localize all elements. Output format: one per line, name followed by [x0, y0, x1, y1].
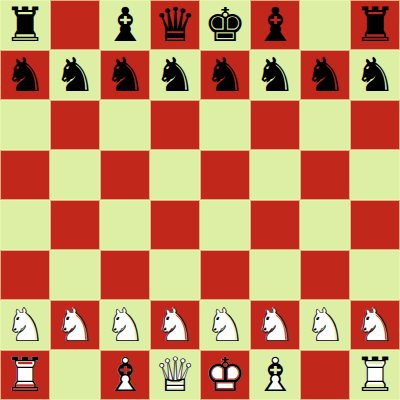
white-bishop-piece[interactable]: ♝♗	[100, 350, 150, 400]
square-c7[interactable]: ♞	[100, 50, 150, 100]
white-rook-glyph-outline: ♖	[0, 350, 50, 400]
black-bishop-piece[interactable]: ♝	[250, 0, 300, 50]
square-f7[interactable]: ♞	[250, 50, 300, 100]
black-king-glyph: ♚	[200, 0, 250, 50]
white-bishop-glyph-outline: ♗	[250, 350, 300, 400]
square-h8[interactable]: ♜	[350, 0, 400, 50]
square-d8[interactable]: ♛	[150, 0, 200, 50]
black-queen-piece[interactable]: ♛	[150, 0, 200, 50]
square-f8[interactable]: ♝	[250, 0, 300, 50]
chess-board: ♜♝♛♚♝♜♞♞♞♞♞♞♞♞♞♘♞♘♞♘♞♘♞♘♞♘♞♘♞♘♜♖♝♗♛♕♚♔♝♗…	[0, 0, 400, 400]
square-a5[interactable]	[0, 150, 50, 200]
black-knight-glyph: ♞	[250, 50, 300, 100]
square-c2[interactable]: ♞♘	[100, 300, 150, 350]
square-h7[interactable]: ♞	[350, 50, 400, 100]
square-f3[interactable]	[250, 250, 300, 300]
black-queen-glyph: ♛	[150, 0, 200, 50]
square-e4[interactable]	[200, 200, 250, 250]
white-knight-piece[interactable]: ♞♘	[150, 300, 200, 350]
black-knight-piece[interactable]: ♞	[0, 50, 50, 100]
square-b3[interactable]	[50, 250, 100, 300]
white-knight-glyph-outline: ♘	[100, 300, 150, 350]
black-knight-glyph: ♞	[0, 50, 50, 100]
white-knight-glyph-outline: ♘	[150, 300, 200, 350]
white-knight-glyph-outline: ♘	[0, 300, 50, 350]
square-g8[interactable]	[300, 0, 350, 50]
white-bishop-piece[interactable]: ♝♗	[250, 350, 300, 400]
square-a2[interactable]: ♞♘	[0, 300, 50, 350]
black-rook-glyph: ♜	[350, 0, 400, 50]
square-b4[interactable]	[50, 200, 100, 250]
square-a3[interactable]	[0, 250, 50, 300]
white-king-piece[interactable]: ♚♔	[200, 350, 250, 400]
square-d6[interactable]	[150, 100, 200, 150]
square-c3[interactable]	[100, 250, 150, 300]
square-a4[interactable]	[0, 200, 50, 250]
square-b5[interactable]	[50, 150, 100, 200]
square-h4[interactable]	[350, 200, 400, 250]
white-knight-piece[interactable]: ♞♘	[350, 300, 400, 350]
white-knight-glyph-outline: ♘	[350, 300, 400, 350]
black-rook-piece[interactable]: ♜	[0, 0, 50, 50]
white-knight-glyph-outline: ♘	[50, 300, 100, 350]
square-h5[interactable]	[350, 150, 400, 200]
white-knight-piece[interactable]: ♞♘	[300, 300, 350, 350]
square-a6[interactable]	[0, 100, 50, 150]
white-knight-piece[interactable]: ♞♘	[0, 300, 50, 350]
black-rook-glyph: ♜	[0, 0, 50, 50]
black-bishop-piece[interactable]: ♝	[100, 0, 150, 50]
square-f1[interactable]: ♝♗	[250, 350, 300, 400]
white-knight-piece[interactable]: ♞♘	[100, 300, 150, 350]
square-c6[interactable]	[100, 100, 150, 150]
square-d4[interactable]	[150, 200, 200, 250]
square-d5[interactable]	[150, 150, 200, 200]
black-rook-piece[interactable]: ♜	[350, 0, 400, 50]
white-queen-glyph-outline: ♕	[150, 350, 200, 400]
white-knight-piece[interactable]: ♞♘	[250, 300, 300, 350]
square-d7[interactable]: ♞	[150, 50, 200, 100]
square-e8[interactable]: ♚	[200, 0, 250, 50]
square-g1[interactable]	[300, 350, 350, 400]
square-g2[interactable]: ♞♘	[300, 300, 350, 350]
square-b6[interactable]	[50, 100, 100, 150]
square-a7[interactable]: ♞	[0, 50, 50, 100]
square-g4[interactable]	[300, 200, 350, 250]
black-knight-glyph: ♞	[150, 50, 200, 100]
square-f5[interactable]	[250, 150, 300, 200]
white-knight-piece[interactable]: ♞♘	[50, 300, 100, 350]
black-bishop-glyph: ♝	[250, 0, 300, 50]
square-e6[interactable]	[200, 100, 250, 150]
black-knight-glyph: ♞	[50, 50, 100, 100]
square-e3[interactable]	[200, 250, 250, 300]
black-knight-glyph: ♞	[300, 50, 350, 100]
square-b1[interactable]	[50, 350, 100, 400]
square-d1[interactable]: ♛♕	[150, 350, 200, 400]
square-h6[interactable]	[350, 100, 400, 150]
white-knight-glyph-outline: ♘	[250, 300, 300, 350]
square-e5[interactable]	[200, 150, 250, 200]
black-knight-piece[interactable]: ♞	[100, 50, 150, 100]
black-bishop-glyph: ♝	[100, 0, 150, 50]
square-f6[interactable]	[250, 100, 300, 150]
square-h1[interactable]: ♜♖	[350, 350, 400, 400]
square-g3[interactable]	[300, 250, 350, 300]
square-f4[interactable]	[250, 200, 300, 250]
square-b8[interactable]	[50, 0, 100, 50]
black-knight-piece[interactable]: ♞	[250, 50, 300, 100]
white-bishop-glyph-outline: ♗	[100, 350, 150, 400]
square-e1[interactable]: ♚♔	[200, 350, 250, 400]
square-h3[interactable]	[350, 250, 400, 300]
white-king-glyph-outline: ♔	[200, 350, 250, 400]
square-a8[interactable]: ♜	[0, 0, 50, 50]
white-rook-piece[interactable]: ♜♖	[0, 350, 50, 400]
black-knight-piece[interactable]: ♞	[150, 50, 200, 100]
white-knight-piece[interactable]: ♞♘	[200, 300, 250, 350]
square-g5[interactable]	[300, 150, 350, 200]
black-knight-glyph: ♞	[200, 50, 250, 100]
square-d3[interactable]	[150, 250, 200, 300]
square-c8[interactable]: ♝	[100, 0, 150, 50]
white-rook-glyph-outline: ♖	[350, 350, 400, 400]
white-rook-piece[interactable]: ♜♖	[350, 350, 400, 400]
square-e7[interactable]: ♞	[200, 50, 250, 100]
square-d2[interactable]: ♞♘	[150, 300, 200, 350]
chess-board-window: ♜♝♛♚♝♜♞♞♞♞♞♞♞♞♞♘♞♘♞♘♞♘♞♘♞♘♞♘♞♘♜♖♝♗♛♕♚♔♝♗…	[0, 0, 400, 400]
square-g6[interactable]	[300, 100, 350, 150]
black-knight-glyph: ♞	[350, 50, 400, 100]
black-knight-piece[interactable]: ♞	[350, 50, 400, 100]
square-h2[interactable]: ♞♘	[350, 300, 400, 350]
square-c1[interactable]: ♝♗	[100, 350, 150, 400]
square-g7[interactable]: ♞	[300, 50, 350, 100]
black-king-piece[interactable]: ♚	[200, 0, 250, 50]
square-f2[interactable]: ♞♘	[250, 300, 300, 350]
square-a1[interactable]: ♜♖	[0, 350, 50, 400]
white-knight-glyph-outline: ♘	[200, 300, 250, 350]
square-c5[interactable]	[100, 150, 150, 200]
white-knight-glyph-outline: ♘	[300, 300, 350, 350]
black-knight-piece[interactable]: ♞	[200, 50, 250, 100]
black-knight-piece[interactable]: ♞	[50, 50, 100, 100]
white-queen-piece[interactable]: ♛♕	[150, 350, 200, 400]
square-b7[interactable]: ♞	[50, 50, 100, 100]
square-c4[interactable]	[100, 200, 150, 250]
black-knight-piece[interactable]: ♞	[300, 50, 350, 100]
square-e2[interactable]: ♞♘	[200, 300, 250, 350]
black-knight-glyph: ♞	[100, 50, 150, 100]
square-b2[interactable]: ♞♘	[50, 300, 100, 350]
